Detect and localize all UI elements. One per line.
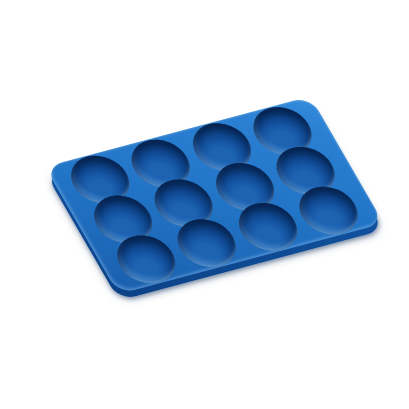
muffin-cup-grid (45, 96, 384, 294)
muffin-pan (45, 96, 384, 294)
product-photo-scene (0, 0, 409, 409)
